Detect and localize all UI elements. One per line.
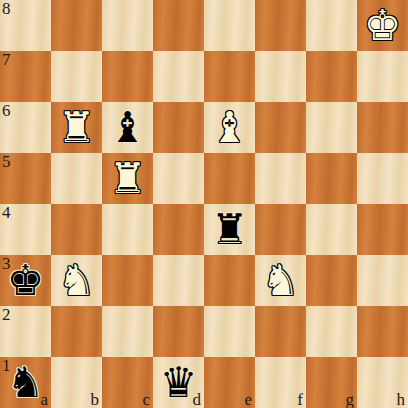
square-d8[interactable] — [153, 0, 204, 51]
square-f8[interactable] — [255, 0, 306, 51]
square-f6[interactable] — [255, 102, 306, 153]
square-f5[interactable] — [255, 153, 306, 204]
square-b1[interactable]: b — [51, 357, 102, 408]
square-a6[interactable]: 6 — [0, 102, 51, 153]
piece-black-queen[interactable]: ♛ — [153, 357, 204, 408]
square-c3[interactable] — [102, 255, 153, 306]
square-h6[interactable] — [357, 102, 408, 153]
square-c6[interactable]: ♝ — [102, 102, 153, 153]
square-e3[interactable] — [204, 255, 255, 306]
piece-black-knight[interactable]: ♞ — [0, 357, 51, 408]
piece-white-king[interactable]: ♚ — [357, 0, 408, 51]
square-g2[interactable] — [306, 306, 357, 357]
square-e8[interactable] — [204, 0, 255, 51]
square-d7[interactable] — [153, 51, 204, 102]
square-f3[interactable]: ♞ — [255, 255, 306, 306]
square-h3[interactable] — [357, 255, 408, 306]
square-b4[interactable] — [51, 204, 102, 255]
square-g8[interactable] — [306, 0, 357, 51]
square-a4[interactable]: 4 — [0, 204, 51, 255]
square-e4[interactable]: ♜ — [204, 204, 255, 255]
piece-white-bishop[interactable]: ♝ — [204, 102, 255, 153]
square-g6[interactable] — [306, 102, 357, 153]
file-label-g: g — [346, 391, 355, 408]
chess-board: 8♚76♜♝♝5♜4♜3♚♞♞21a♞bcd♛efgh — [0, 0, 408, 408]
square-g3[interactable] — [306, 255, 357, 306]
square-d5[interactable] — [153, 153, 204, 204]
square-e5[interactable] — [204, 153, 255, 204]
square-a2[interactable]: 2 — [0, 306, 51, 357]
rank-label-7: 7 — [2, 50, 11, 69]
square-d3[interactable] — [153, 255, 204, 306]
piece-white-knight[interactable]: ♞ — [255, 255, 306, 306]
square-h2[interactable] — [357, 306, 408, 357]
chess-board-wrapper: 8♚76♜♝♝5♜4♜3♚♞♞21a♞bcd♛efgh — [0, 0, 408, 408]
square-h7[interactable] — [357, 51, 408, 102]
square-a1[interactable]: 1a♞ — [0, 357, 51, 408]
rank-label-2: 2 — [2, 305, 11, 324]
square-d6[interactable] — [153, 102, 204, 153]
square-d1[interactable]: d♛ — [153, 357, 204, 408]
square-c8[interactable] — [102, 0, 153, 51]
square-e6[interactable]: ♝ — [204, 102, 255, 153]
square-g4[interactable] — [306, 204, 357, 255]
square-f7[interactable] — [255, 51, 306, 102]
square-b2[interactable] — [51, 306, 102, 357]
square-d4[interactable] — [153, 204, 204, 255]
square-b7[interactable] — [51, 51, 102, 102]
square-d2[interactable] — [153, 306, 204, 357]
file-label-e: e — [244, 391, 252, 408]
rank-label-8: 8 — [2, 0, 11, 18]
square-f2[interactable] — [255, 306, 306, 357]
square-e1[interactable]: e — [204, 357, 255, 408]
square-h1[interactable]: h — [357, 357, 408, 408]
rank-label-5: 5 — [2, 152, 11, 171]
piece-white-rook[interactable]: ♜ — [51, 102, 102, 153]
file-label-h: h — [397, 391, 406, 408]
square-c5[interactable]: ♜ — [102, 153, 153, 204]
square-b6[interactable]: ♜ — [51, 102, 102, 153]
square-f4[interactable] — [255, 204, 306, 255]
rank-label-4: 4 — [2, 203, 11, 222]
square-c2[interactable] — [102, 306, 153, 357]
square-a7[interactable]: 7 — [0, 51, 51, 102]
square-a8[interactable]: 8 — [0, 0, 51, 51]
square-b8[interactable] — [51, 0, 102, 51]
file-label-f: f — [297, 391, 303, 408]
square-c7[interactable] — [102, 51, 153, 102]
square-h5[interactable] — [357, 153, 408, 204]
square-g1[interactable]: g — [306, 357, 357, 408]
square-e2[interactable] — [204, 306, 255, 357]
square-h8[interactable]: ♚ — [357, 0, 408, 51]
square-g5[interactable] — [306, 153, 357, 204]
square-a3[interactable]: 3♚ — [0, 255, 51, 306]
piece-white-knight[interactable]: ♞ — [51, 255, 102, 306]
square-g7[interactable] — [306, 51, 357, 102]
square-b5[interactable] — [51, 153, 102, 204]
square-b3[interactable]: ♞ — [51, 255, 102, 306]
piece-black-king[interactable]: ♚ — [0, 255, 51, 306]
file-label-c: c — [142, 391, 150, 408]
square-f1[interactable]: f — [255, 357, 306, 408]
rank-label-6: 6 — [2, 101, 11, 120]
piece-black-bishop[interactable]: ♝ — [102, 102, 153, 153]
file-label-b: b — [91, 391, 100, 408]
piece-black-rook[interactable]: ♜ — [204, 204, 255, 255]
square-h4[interactable] — [357, 204, 408, 255]
square-a5[interactable]: 5 — [0, 153, 51, 204]
square-c4[interactable] — [102, 204, 153, 255]
square-c1[interactable]: c — [102, 357, 153, 408]
piece-white-rook[interactable]: ♜ — [102, 153, 153, 204]
square-e7[interactable] — [204, 51, 255, 102]
